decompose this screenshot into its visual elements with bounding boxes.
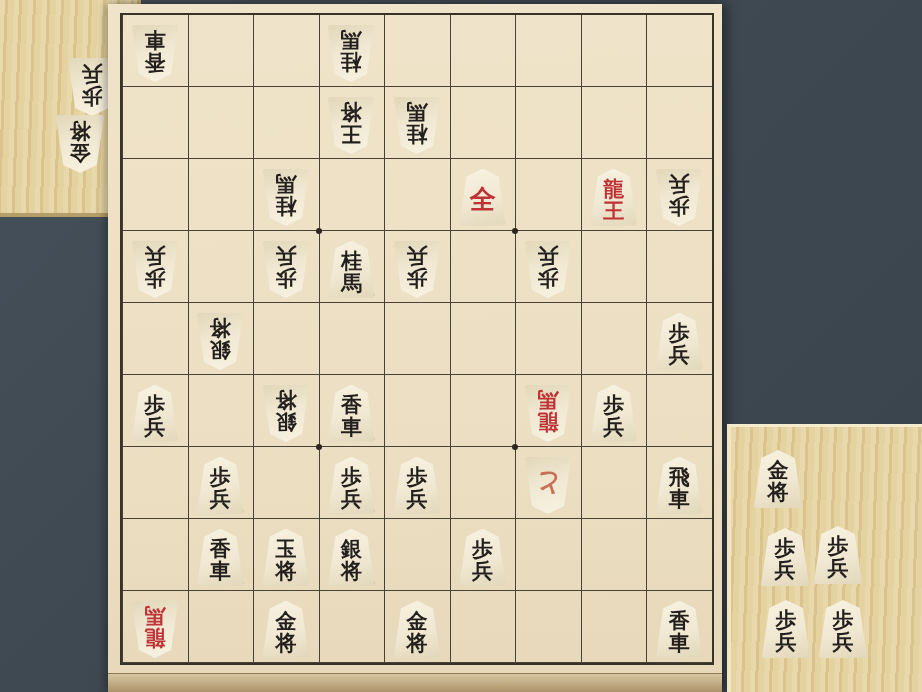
piece-kanji: 兵 [144, 416, 165, 438]
board-square-5a[interactable] [384, 15, 450, 87]
shogi-piece-fuhyo-pawn-black[interactable]: 歩兵 [819, 600, 867, 658]
piece-kanji: 歩 [210, 466, 231, 488]
board-square-6e[interactable] [319, 303, 385, 375]
piece-kanji: 馬 [144, 605, 165, 627]
board-square-8c[interactable] [188, 159, 254, 231]
shogi-piece-keima-knight-white[interactable]: 桂馬 [394, 97, 440, 154]
board-square-3a[interactable] [515, 15, 581, 87]
board-square-1b[interactable] [646, 87, 712, 159]
piece-kanji: 兵 [341, 488, 362, 510]
piece-kanji: 歩 [144, 394, 165, 416]
piece-kanji: 将 [768, 481, 789, 503]
board-square-7a[interactable] [253, 15, 319, 87]
shogi-piece-narigin-promoted-silver-black[interactable]: 全 [460, 169, 506, 226]
piece-kanji: 金 [70, 142, 91, 164]
piece-kanji: 王 [341, 123, 362, 145]
shogi-piece-fuhyo-pawn-black[interactable]: 歩兵 [762, 600, 810, 658]
board-square-5h[interactable] [384, 519, 450, 591]
piece-kanji: 兵 [828, 557, 849, 579]
board-front-edge [108, 673, 722, 692]
piece-kanji: 金 [407, 610, 428, 632]
board-square-5c[interactable] [384, 159, 450, 231]
piece-kanji: 金 [275, 610, 296, 632]
piece-kanji: 香 [669, 610, 690, 632]
piece-kanji: 桂 [341, 250, 362, 272]
shogi-piece-fuhyo-pawn-black[interactable]: 歩兵 [328, 457, 374, 514]
shogi-piece-fuhyo-pawn-black[interactable]: 歩兵 [656, 313, 702, 370]
piece-kanji: 車 [669, 632, 690, 654]
board-square-3h[interactable] [515, 519, 581, 591]
piece-kanji: 兵 [210, 488, 231, 510]
board-square-6c[interactable] [319, 159, 385, 231]
shogi-piece-hisha-rook-black[interactable]: 飛車 [656, 457, 702, 514]
piece-kanji: 歩 [275, 267, 296, 289]
board-square-9c[interactable] [122, 159, 188, 231]
piece-kanji: 兵 [538, 245, 559, 267]
board-square-7b[interactable] [253, 87, 319, 159]
shogi-piece-fuhyo-pawn-black[interactable]: 歩兵 [132, 385, 178, 442]
piece-kanji: 将 [341, 560, 362, 582]
piece-kanji: 銀 [210, 339, 231, 361]
piece-kanji: 金 [768, 459, 789, 481]
shogi-piece-kyosha-lance-black[interactable]: 香車 [328, 385, 374, 442]
board-square-3b[interactable] [515, 87, 581, 159]
piece-kanji: 香 [341, 394, 362, 416]
shogi-piece-keima-knight-black[interactable]: 桂馬 [328, 241, 374, 298]
shogi-piece-fuhyo-pawn-black[interactable]: 歩兵 [197, 457, 243, 514]
piece-kanji: 桂 [275, 195, 296, 217]
piece-kanji: 車 [210, 560, 231, 582]
shogi-piece-fuhyo-pawn-black[interactable]: 歩兵 [814, 526, 862, 584]
piece-kanji: 歩 [833, 609, 854, 631]
piece-kanji: 歩 [603, 394, 624, 416]
piece-kanji: 兵 [407, 488, 428, 510]
shogi-piece-ryuo-dragon-black[interactable]: 龍王 [591, 169, 637, 226]
board-square-6i[interactable] [319, 591, 385, 663]
piece-kanji: 車 [341, 416, 362, 438]
board-square-2d[interactable] [581, 231, 647, 303]
board-square-5f[interactable] [384, 375, 450, 447]
piece-kanji: 王 [603, 200, 624, 222]
board-square-2g[interactable] [581, 447, 647, 519]
shogi-scene: 歩兵金将 香車桂馬王将桂馬桂馬全龍王歩兵歩兵歩兵桂馬歩兵歩兵銀将歩兵歩兵銀将香車… [0, 0, 922, 692]
board-square-2a[interactable] [581, 15, 647, 87]
board-square-4b[interactable] [450, 87, 516, 159]
board-square-9h[interactable] [122, 519, 188, 591]
piece-kanji: 龍 [603, 178, 624, 200]
shogi-piece-ginsho-silver-black[interactable]: 銀将 [328, 529, 374, 586]
piece-kanji: 桂 [407, 123, 428, 145]
piece-kanji: 将 [70, 120, 91, 142]
shogi-piece-ryuma-horse-white[interactable]: 龍馬 [525, 385, 571, 442]
piece-kanji: 歩 [407, 466, 428, 488]
board-square-8f[interactable] [188, 375, 254, 447]
piece-kanji: 香 [144, 51, 165, 73]
piece-kanji: 桂 [341, 51, 362, 73]
piece-kanji: 歩 [472, 538, 493, 560]
piece-kanji: 歩 [407, 267, 428, 289]
piece-kanji: 兵 [775, 559, 796, 581]
piece-kanji: 兵 [407, 245, 428, 267]
piece-kanji: 龍 [538, 411, 559, 433]
piece-kanji: 兵 [82, 63, 103, 85]
piece-kanji: 歩 [669, 195, 690, 217]
piece-kanji: 将 [275, 560, 296, 582]
piece-kanji: 馬 [275, 173, 296, 195]
piece-kanji: 兵 [833, 631, 854, 653]
piece-kanji: 銀 [341, 538, 362, 560]
board-square-9e[interactable] [122, 303, 188, 375]
piece-kanji: 兵 [144, 245, 165, 267]
piece-kanji: 車 [669, 488, 690, 510]
shogi-piece-kinsho-gold-black[interactable]: 金将 [754, 450, 802, 508]
board-square-4i[interactable] [450, 591, 516, 663]
piece-kanji: 歩 [828, 535, 849, 557]
piece-kanji: 兵 [472, 560, 493, 582]
piece-kanji: 歩 [669, 322, 690, 344]
piece-kanji: 歩 [776, 609, 797, 631]
shogi-piece-kyosha-lance-black[interactable]: 香車 [197, 529, 243, 586]
piece-kanji: 歩 [82, 85, 103, 107]
piece-kanji: 車 [144, 29, 165, 51]
board-square-7g[interactable] [253, 447, 319, 519]
shogi-piece-fuhyo-pawn-black[interactable]: 歩兵 [394, 457, 440, 514]
board-square-1h[interactable] [646, 519, 712, 591]
board-square-2i[interactable] [581, 591, 647, 663]
board-square-4g[interactable] [450, 447, 516, 519]
shogi-piece-gyokusho-king-black[interactable]: 玉将 [263, 529, 309, 586]
shogi-piece-fuhyo-pawn-white[interactable]: 歩兵 [394, 241, 440, 298]
shogi-piece-tokin-promoted-pawn-white[interactable]: と [525, 457, 571, 514]
board-square-8i[interactable] [188, 591, 254, 663]
piece-kanji: 歩 [775, 537, 796, 559]
piece-kanji: 歩 [538, 267, 559, 289]
board-grid: 香車桂馬王将桂馬桂馬全龍王歩兵歩兵歩兵桂馬歩兵歩兵銀将歩兵歩兵銀将香車龍馬歩兵歩… [120, 13, 714, 665]
board-square-9b[interactable] [122, 87, 188, 159]
board-square-9g[interactable] [122, 447, 188, 519]
piece-kanji: 兵 [275, 245, 296, 267]
board-square-1a[interactable] [646, 15, 712, 87]
shogi-piece-kinsho-gold-white[interactable]: 金将 [56, 115, 104, 173]
board-square-3i[interactable] [515, 591, 581, 663]
piece-kanji: 銀 [275, 411, 296, 433]
piece-kanji: 飛 [669, 466, 690, 488]
hoshi-dot [316, 228, 322, 234]
piece-kanji: 歩 [341, 466, 362, 488]
board-square-3e[interactable] [515, 303, 581, 375]
board-square-4e[interactable] [450, 303, 516, 375]
board-square-3c[interactable] [515, 159, 581, 231]
shogi-piece-ginsho-silver-white[interactable]: 銀将 [263, 385, 309, 442]
piece-kanji: 兵 [603, 416, 624, 438]
piece-kanji: 馬 [407, 101, 428, 123]
board-square-4a[interactable] [450, 15, 516, 87]
piece-kanji: 歩 [144, 267, 165, 289]
piece-kanji: 馬 [538, 389, 559, 411]
piece-kanji: 将 [275, 389, 296, 411]
board-square-7e[interactable] [253, 303, 319, 375]
shogi-piece-kyosha-lance-black[interactable]: 香車 [656, 601, 702, 658]
board-square-8a[interactable] [188, 15, 254, 87]
piece-kanji: 兵 [776, 631, 797, 653]
board-square-2h[interactable] [581, 519, 647, 591]
shogi-piece-fuhyo-pawn-black[interactable]: 歩兵 [761, 528, 809, 586]
piece-kanji: 玉 [275, 538, 296, 560]
piece-kanji: 馬 [341, 272, 362, 294]
board-square-4f[interactable] [450, 375, 516, 447]
shogi-piece-kinsho-gold-black[interactable]: 金将 [394, 601, 440, 658]
piece-kanji: 全 [470, 185, 496, 213]
piece-kanji: 将 [210, 317, 231, 339]
shogi-piece-kinsho-gold-black[interactable]: 金将 [263, 601, 309, 658]
board-square-5e[interactable] [384, 303, 450, 375]
piece-kanji: 香 [210, 538, 231, 560]
board-square-2e[interactable] [581, 303, 647, 375]
board-square-8d[interactable] [188, 231, 254, 303]
board-square-8b[interactable] [188, 87, 254, 159]
shogi-piece-keima-knight-white[interactable]: 桂馬 [263, 169, 309, 226]
piece-kanji: 龍 [144, 627, 165, 649]
shogi-piece-fuhyo-pawn-white[interactable]: 歩兵 [263, 241, 309, 298]
black-komadai-captured-tray: 金将歩兵歩兵歩兵歩兵 [727, 424, 922, 692]
piece-kanji: 馬 [341, 29, 362, 51]
piece-kanji: 将 [275, 632, 296, 654]
piece-kanji: と [535, 470, 562, 498]
piece-kanji: 兵 [669, 344, 690, 366]
piece-kanji: 兵 [669, 173, 690, 195]
shogi-piece-fuhyo-pawn-black[interactable]: 歩兵 [591, 385, 637, 442]
shogi-piece-fuhyo-pawn-white[interactable]: 歩兵 [525, 241, 571, 298]
piece-kanji: 将 [407, 632, 428, 654]
hoshi-dot [316, 444, 322, 450]
piece-kanji: 将 [341, 101, 362, 123]
board-square-1d[interactable] [646, 231, 712, 303]
board-square-1f[interactable] [646, 375, 712, 447]
shogi-piece-fuhyo-pawn-black[interactable]: 歩兵 [460, 529, 506, 586]
board-square-2b[interactable] [581, 87, 647, 159]
board-square-4d[interactable] [450, 231, 516, 303]
shogi-board: 香車桂馬王将桂馬桂馬全龍王歩兵歩兵歩兵桂馬歩兵歩兵銀将歩兵歩兵銀将香車龍馬歩兵歩… [108, 4, 722, 692]
